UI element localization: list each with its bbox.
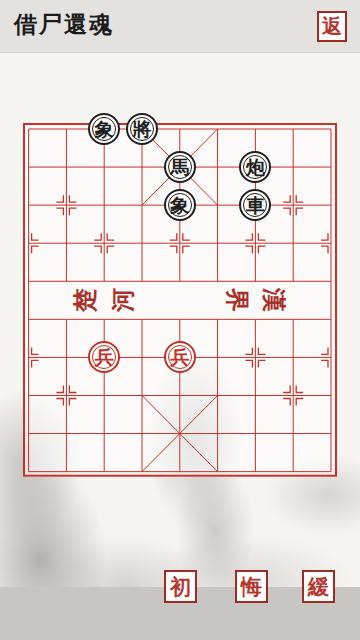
piece-red-soldier-1[interactable]: 兵 (88, 341, 120, 373)
piece-glyph: 馬 (170, 158, 189, 177)
piece-glyph: 炮 (246, 158, 265, 177)
restart-button[interactable]: 初 (164, 570, 197, 603)
xiangqi-board[interactable]: 楚河界漢 象將馬炮象車兵兵 (23, 123, 337, 477)
piece-black-elephant-2[interactable]: 象 (164, 189, 196, 221)
page-title: 借尸還魂 (14, 9, 114, 40)
piece-glyph: 象 (95, 120, 114, 139)
back-button[interactable]: 返 (317, 11, 347, 42)
piece-glyph: 將 (132, 120, 151, 139)
piece-glyph: 兵 (170, 348, 189, 367)
undo-button[interactable]: 悔 (235, 570, 268, 603)
title-bar: 借尸還魂 返 (0, 0, 360, 53)
hint-button[interactable]: 緩 (302, 570, 335, 603)
piece-black-general[interactable]: 將 (126, 113, 158, 145)
piece-glyph: 兵 (95, 348, 114, 367)
piece-glyph: 車 (246, 196, 265, 215)
piece-red-soldier-2[interactable]: 兵 (164, 341, 196, 373)
piece-black-horse[interactable]: 馬 (164, 151, 196, 183)
piece-glyph: 象 (170, 196, 189, 215)
board-grid: 象將馬炮象車兵兵 (10, 110, 350, 491)
piece-black-elephant-1[interactable]: 象 (88, 113, 120, 145)
piece-black-cannon[interactable]: 炮 (239, 151, 271, 183)
piece-black-chariot[interactable]: 車 (239, 189, 271, 221)
